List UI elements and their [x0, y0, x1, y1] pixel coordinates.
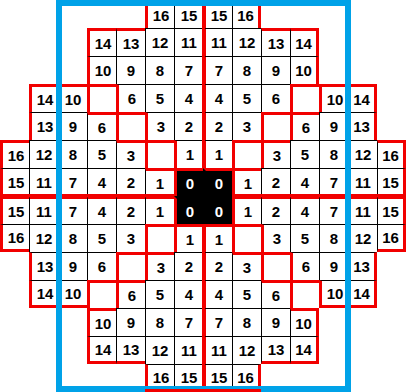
- number-cell: 11: [348, 196, 377, 224]
- number-cell: 14: [348, 84, 377, 112]
- number-cell: 13: [348, 252, 377, 280]
- number-cell: 12: [348, 140, 377, 168]
- number-cell: 11: [29, 168, 58, 196]
- number-cell: 14: [29, 280, 58, 308]
- number-cell: 11: [29, 196, 58, 224]
- number-cell: 15: [377, 168, 406, 196]
- blue-frame: [56, 0, 351, 392]
- number-cell: 14: [29, 84, 58, 112]
- number-cell: 13: [29, 252, 58, 280]
- number-cell: 16: [377, 224, 406, 252]
- number-cell: 16: [0, 224, 29, 252]
- number-cell: 11: [348, 168, 377, 196]
- number-cell: 12: [29, 224, 58, 252]
- number-cell: 16: [0, 140, 29, 168]
- number-cell: 13: [29, 112, 58, 140]
- number-cell: 16: [377, 140, 406, 168]
- number-cell: 12: [348, 224, 377, 252]
- number-cell: 15: [0, 168, 29, 196]
- number-cell: 14: [348, 280, 377, 308]
- number-cell: 12: [29, 140, 58, 168]
- number-cell: 15: [377, 196, 406, 224]
- number-cell: 15: [0, 196, 29, 224]
- number-cell: 13: [348, 112, 377, 140]
